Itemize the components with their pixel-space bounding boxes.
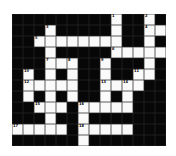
black-cell: [89, 47, 100, 58]
black-cell: [23, 14, 34, 25]
black-cell: [133, 25, 144, 36]
black-cell: [122, 69, 133, 80]
white-cell[interactable]: [100, 91, 111, 102]
white-cell[interactable]: [56, 124, 67, 135]
black-cell: [122, 25, 133, 36]
black-cell: [144, 124, 155, 135]
white-cell[interactable]: 16: [78, 102, 89, 113]
white-cell[interactable]: [89, 36, 100, 47]
black-cell: [133, 102, 144, 113]
black-cell: [133, 36, 144, 47]
white-cell[interactable]: 1: [111, 14, 122, 25]
black-cell: [78, 14, 89, 25]
clue-number: 1: [112, 14, 115, 18]
clue-number: 4: [145, 25, 148, 29]
black-cell: [34, 69, 45, 80]
white-cell[interactable]: [144, 47, 155, 58]
black-cell: [23, 113, 34, 124]
white-cell[interactable]: [67, 69, 78, 80]
white-cell[interactable]: [111, 80, 122, 91]
black-cell: [111, 69, 122, 80]
clue-number: 8: [68, 58, 71, 62]
black-cell: [23, 25, 34, 36]
white-cell[interactable]: 9: [100, 58, 111, 69]
black-cell: [34, 47, 45, 58]
black-cell: [34, 135, 45, 146]
white-cell[interactable]: [34, 124, 45, 135]
white-cell[interactable]: [133, 80, 144, 91]
black-cell: [67, 25, 78, 36]
black-cell: [133, 135, 144, 146]
white-cell[interactable]: [56, 102, 67, 113]
clue-number: 13: [101, 80, 106, 84]
black-cell: [144, 80, 155, 91]
black-cell: [155, 113, 166, 124]
white-cell[interactable]: [111, 25, 122, 36]
black-cell: [12, 36, 23, 47]
black-cell: [56, 47, 67, 58]
clue-number: 18: [79, 124, 84, 128]
black-cell: [89, 25, 100, 36]
clue-number: 15: [35, 102, 40, 106]
white-cell[interactable]: 7: [45, 58, 56, 69]
white-cell[interactable]: 6: [111, 47, 122, 58]
clue-number: 16: [79, 102, 84, 106]
white-cell[interactable]: [89, 124, 100, 135]
black-cell: [23, 135, 34, 146]
black-cell: [67, 135, 78, 146]
black-cell: [78, 80, 89, 91]
black-cell: [89, 135, 100, 146]
black-cell: [133, 91, 144, 102]
white-cell[interactable]: [45, 102, 56, 113]
white-cell[interactable]: 8: [67, 58, 78, 69]
black-cell: [45, 135, 56, 146]
black-cell: [67, 47, 78, 58]
clue-number: 14: [123, 80, 128, 84]
white-cell[interactable]: [100, 102, 111, 113]
white-cell[interactable]: [100, 124, 111, 135]
black-cell: [56, 113, 67, 124]
white-cell[interactable]: [78, 36, 89, 47]
black-cell: [111, 135, 122, 146]
black-cell: [144, 135, 155, 146]
white-cell[interactable]: 17: [12, 124, 23, 135]
black-cell: [34, 113, 45, 124]
black-cell: [133, 14, 144, 25]
white-cell[interactable]: [56, 36, 67, 47]
black-cell: [155, 36, 166, 47]
black-cell: [155, 124, 166, 135]
black-cell: [100, 135, 111, 146]
black-cell: [34, 91, 45, 102]
black-cell: [12, 80, 23, 91]
black-cell: [122, 36, 133, 47]
white-cell[interactable]: [100, 69, 111, 80]
white-cell[interactable]: [144, 69, 155, 80]
clue-number: 6: [112, 47, 115, 51]
black-cell: [89, 69, 100, 80]
black-cell: [34, 14, 45, 25]
white-cell[interactable]: 14: [122, 80, 133, 91]
black-cell: [144, 91, 155, 102]
white-cell[interactable]: 10: [23, 69, 34, 80]
black-cell: [23, 47, 34, 58]
white-cell[interactable]: [111, 102, 122, 113]
white-cell[interactable]: [67, 36, 78, 47]
clue-number: 12: [24, 80, 29, 84]
black-cell: [78, 47, 89, 58]
black-cell: [56, 91, 67, 102]
clue-number: 5: [35, 36, 38, 40]
white-cell[interactable]: [45, 36, 56, 47]
black-cell: [122, 58, 133, 69]
black-cell: [100, 47, 111, 58]
white-cell[interactable]: [34, 80, 45, 91]
black-cell: [78, 69, 89, 80]
black-cell: [111, 113, 122, 124]
white-cell[interactable]: [144, 58, 155, 69]
black-cell: [89, 113, 100, 124]
black-cell: [67, 124, 78, 135]
white-cell[interactable]: [122, 91, 133, 102]
black-cell: [100, 113, 111, 124]
white-cell[interactable]: [78, 113, 89, 124]
white-cell[interactable]: [45, 80, 56, 91]
black-cell: [12, 135, 23, 146]
black-cell: [67, 14, 78, 25]
black-cell: [155, 102, 166, 113]
white-cell[interactable]: [67, 91, 78, 102]
black-cell: [12, 69, 23, 80]
black-cell: [34, 58, 45, 69]
black-cell: [100, 14, 111, 25]
white-cell[interactable]: 18: [78, 124, 89, 135]
black-cell: [56, 25, 67, 36]
white-cell[interactable]: 4: [144, 25, 155, 36]
black-cell: [144, 113, 155, 124]
black-cell: [122, 135, 133, 146]
black-cell: [89, 58, 100, 69]
black-cell: [133, 124, 144, 135]
black-cell: [12, 14, 23, 25]
white-cell[interactable]: [111, 36, 122, 47]
black-cell: [155, 135, 166, 146]
black-cell: [78, 91, 89, 102]
white-cell[interactable]: [45, 69, 56, 80]
black-cell: [12, 25, 23, 36]
white-cell[interactable]: [45, 91, 56, 102]
clue-number: 9: [101, 58, 104, 62]
white-cell[interactable]: [45, 124, 56, 135]
clue-number: 11: [134, 69, 139, 73]
black-cell: [133, 58, 144, 69]
white-cell[interactable]: [111, 124, 122, 135]
white-cell[interactable]: [122, 47, 133, 58]
black-cell: [34, 25, 45, 36]
white-cell[interactable]: 13: [100, 80, 111, 91]
black-cell: [111, 91, 122, 102]
crossword-board: 123456789101112131415161718: [12, 14, 166, 146]
white-cell[interactable]: [155, 25, 166, 36]
black-cell: [133, 113, 144, 124]
black-cell: [23, 58, 34, 69]
black-cell: [100, 25, 111, 36]
black-cell: [155, 91, 166, 102]
clue-number: 10: [24, 69, 29, 73]
white-cell[interactable]: [56, 58, 67, 69]
white-cell[interactable]: [56, 80, 67, 91]
black-cell: [12, 113, 23, 124]
white-cell[interactable]: [144, 36, 155, 47]
black-cell: [111, 58, 122, 69]
black-cell: [78, 25, 89, 36]
black-cell: [78, 58, 89, 69]
black-cell: [56, 14, 67, 25]
clue-number: 7: [46, 58, 49, 62]
black-cell: [67, 113, 78, 124]
white-cell[interactable]: 15: [34, 102, 45, 113]
black-cell: [67, 102, 78, 113]
black-cell: [45, 14, 56, 25]
white-cell[interactable]: [67, 80, 78, 91]
white-cell[interactable]: [23, 124, 34, 135]
white-cell[interactable]: [78, 135, 89, 146]
white-cell[interactable]: [133, 47, 144, 58]
black-cell: [23, 102, 34, 113]
black-cell: [23, 36, 34, 47]
black-cell: [155, 14, 166, 25]
clue-number: 3: [46, 25, 49, 29]
black-cell: [12, 91, 23, 102]
black-cell: [12, 58, 23, 69]
clue-number: 2: [145, 14, 148, 18]
white-cell[interactable]: [122, 102, 133, 113]
white-cell[interactable]: 12: [23, 80, 34, 91]
black-cell: [122, 113, 133, 124]
white-cell[interactable]: 3: [45, 25, 56, 36]
white-cell[interactable]: [45, 47, 56, 58]
white-cell[interactable]: [155, 47, 166, 58]
white-cell[interactable]: [45, 113, 56, 124]
black-cell: [12, 47, 23, 58]
black-cell: [56, 135, 67, 146]
black-cell: [155, 69, 166, 80]
white-cell[interactable]: 2: [144, 14, 155, 25]
black-cell: [155, 80, 166, 91]
white-cell[interactable]: 5: [34, 36, 45, 47]
black-cell: [12, 102, 23, 113]
white-cell[interactable]: [122, 124, 133, 135]
black-cell: [122, 14, 133, 25]
white-cell[interactable]: [89, 102, 100, 113]
black-cell: [89, 91, 100, 102]
white-cell[interactable]: [23, 91, 34, 102]
black-cell: [144, 102, 155, 113]
black-cell: [155, 58, 166, 69]
black-cell: [89, 14, 100, 25]
black-cell: [89, 80, 100, 91]
clue-number: 17: [13, 124, 18, 128]
white-cell[interactable]: [100, 36, 111, 47]
white-cell[interactable]: 11: [133, 69, 144, 80]
black-cell: [56, 69, 67, 80]
